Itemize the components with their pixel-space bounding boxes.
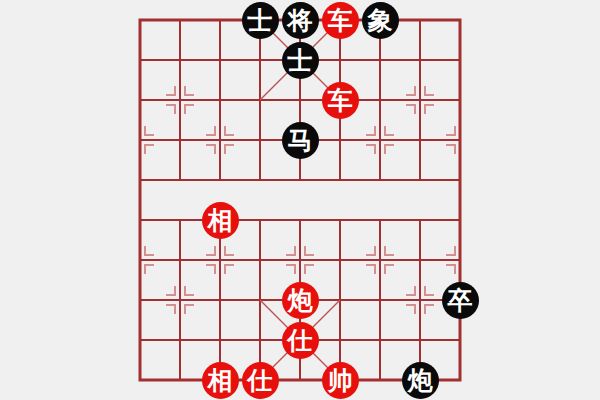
red-advisor[interactable]: 仕 xyxy=(242,362,279,399)
black-advisor[interactable]: 士 xyxy=(282,42,319,79)
black-soldier[interactable]: 卒 xyxy=(442,282,479,319)
red-cannon[interactable]: 炮 xyxy=(282,282,319,319)
red-general[interactable]: 帅 xyxy=(322,362,359,399)
red-advisor[interactable]: 仕 xyxy=(282,322,319,359)
pieces-grid: 士将车象士车马相炮卒仕相仕帅炮 xyxy=(120,0,480,400)
black-advisor[interactable]: 士 xyxy=(242,2,279,39)
red-elephant[interactable]: 相 xyxy=(202,202,239,239)
black-general[interactable]: 将 xyxy=(282,2,319,39)
black-cannon[interactable]: 炮 xyxy=(402,362,439,399)
red-chariot[interactable]: 车 xyxy=(322,2,359,39)
black-elephant[interactable]: 象 xyxy=(362,2,399,39)
red-elephant[interactable]: 相 xyxy=(202,362,239,399)
black-horse[interactable]: 马 xyxy=(282,122,319,159)
xiangqi-screen: 士将车象士车马相炮卒仕相仕帅炮 xyxy=(0,0,600,400)
red-chariot[interactable]: 车 xyxy=(322,82,359,119)
